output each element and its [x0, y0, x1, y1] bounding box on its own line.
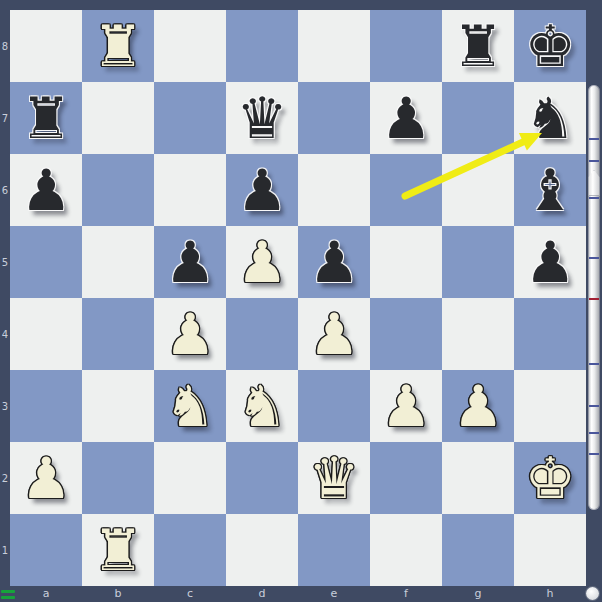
square-b1[interactable]: ♜ [82, 514, 154, 586]
square-c7[interactable] [154, 82, 226, 154]
corner-circle-button[interactable] [586, 587, 599, 600]
square-b6[interactable] [82, 154, 154, 226]
square-h6[interactable]: ♝ [514, 154, 586, 226]
piece-white-queen[interactable]: ♛ [308, 450, 359, 507]
piece-black-pawn[interactable]: ♟ [164, 234, 215, 291]
square-g8[interactable]: ♜ [442, 10, 514, 82]
square-d1[interactable] [226, 514, 298, 586]
piece-white-knight[interactable]: ♞ [164, 378, 215, 435]
file-label-g: g [442, 586, 514, 602]
square-a2[interactable]: ♟ [10, 442, 82, 514]
square-h8[interactable]: ♚ [514, 10, 586, 82]
square-h1[interactable] [514, 514, 586, 586]
square-h7[interactable]: ♞ [514, 82, 586, 154]
square-e6[interactable] [298, 154, 370, 226]
square-e7[interactable] [298, 82, 370, 154]
rank-label-8: 8 [0, 10, 10, 82]
square-g2[interactable] [442, 442, 514, 514]
eval-tick [589, 160, 599, 162]
square-d8[interactable] [226, 10, 298, 82]
rank-label-7: 7 [0, 82, 10, 154]
file-label-f: f [370, 586, 442, 602]
rank-labels: 87654321 [0, 10, 10, 586]
piece-white-pawn[interactable]: ♟ [308, 306, 359, 363]
square-g1[interactable] [442, 514, 514, 586]
board: ♜♜♚♜♛♟♞♟♟♝♟♟♟♟♟♟♞♞♟♟♟♛♚♜ [10, 10, 586, 586]
eval-center-mark [589, 298, 599, 300]
square-f6[interactable] [370, 154, 442, 226]
piece-black-king[interactable]: ♚ [524, 18, 575, 75]
equal-indicator-bar [1, 596, 15, 599]
square-b3[interactable] [82, 370, 154, 442]
file-labels: abcdefgh [10, 586, 586, 602]
eval-slider-thumb[interactable] [588, 170, 600, 196]
piece-white-pawn[interactable]: ♟ [20, 450, 71, 507]
square-f8[interactable] [370, 10, 442, 82]
square-a7[interactable]: ♜ [10, 82, 82, 154]
piece-white-pawn[interactable]: ♟ [164, 306, 215, 363]
square-f2[interactable] [370, 442, 442, 514]
square-g4[interactable] [442, 298, 514, 370]
square-g7[interactable] [442, 82, 514, 154]
square-f7[interactable]: ♟ [370, 82, 442, 154]
equal-indicator-bar [1, 590, 15, 593]
piece-white-rook[interactable]: ♜ [92, 18, 143, 75]
square-b7[interactable] [82, 82, 154, 154]
square-c4[interactable]: ♟ [154, 298, 226, 370]
square-a6[interactable]: ♟ [10, 154, 82, 226]
file-label-e: e [298, 586, 370, 602]
square-b8[interactable]: ♜ [82, 10, 154, 82]
eval-tick [589, 257, 599, 259]
piece-black-knight[interactable]: ♞ [524, 90, 575, 147]
file-label-c: c [154, 586, 226, 602]
square-a4[interactable] [10, 298, 82, 370]
square-c8[interactable] [154, 10, 226, 82]
square-c1[interactable] [154, 514, 226, 586]
square-c3[interactable]: ♞ [154, 370, 226, 442]
square-f1[interactable] [370, 514, 442, 586]
eval-tick [589, 363, 599, 365]
piece-white-knight[interactable]: ♞ [236, 378, 287, 435]
piece-white-king[interactable]: ♚ [524, 450, 575, 507]
square-e1[interactable] [298, 514, 370, 586]
piece-black-queen[interactable]: ♛ [236, 90, 287, 147]
square-c5[interactable]: ♟ [154, 226, 226, 298]
equal-indicator-icon [1, 590, 15, 600]
square-d4[interactable] [226, 298, 298, 370]
square-b2[interactable] [82, 442, 154, 514]
square-d7[interactable]: ♛ [226, 82, 298, 154]
rank-label-4: 4 [0, 298, 10, 370]
square-f4[interactable] [370, 298, 442, 370]
rank-label-6: 6 [0, 154, 10, 226]
square-a1[interactable] [10, 514, 82, 586]
file-label-d: d [226, 586, 298, 602]
square-g5[interactable] [442, 226, 514, 298]
square-f5[interactable] [370, 226, 442, 298]
piece-white-pawn[interactable]: ♟ [380, 378, 431, 435]
piece-black-pawn[interactable]: ♟ [308, 234, 359, 291]
square-d2[interactable] [226, 442, 298, 514]
chess-board-frame: ♜♜♚♜♛♟♞♟♟♝♟♟♟♟♟♟♞♞♟♟♟♛♚♜ 87654321 abcdef… [0, 0, 602, 602]
rank-label-1: 1 [0, 514, 10, 586]
square-a8[interactable] [10, 10, 82, 82]
piece-black-pawn[interactable]: ♟ [524, 234, 575, 291]
square-f3[interactable]: ♟ [370, 370, 442, 442]
square-c6[interactable] [154, 154, 226, 226]
square-e4[interactable]: ♟ [298, 298, 370, 370]
piece-black-pawn[interactable]: ♟ [20, 162, 71, 219]
square-e2[interactable]: ♛ [298, 442, 370, 514]
rank-label-2: 2 [0, 442, 10, 514]
file-label-b: b [82, 586, 154, 602]
piece-black-rook[interactable]: ♜ [452, 18, 503, 75]
eval-slider-track[interactable] [588, 85, 600, 510]
square-h2[interactable]: ♚ [514, 442, 586, 514]
file-label-a: a [10, 586, 82, 602]
square-h4[interactable] [514, 298, 586, 370]
eval-tick [589, 432, 599, 434]
file-label-h: h [514, 586, 586, 602]
eval-tick [589, 138, 599, 140]
square-e3[interactable] [298, 370, 370, 442]
square-a5[interactable] [10, 226, 82, 298]
rank-label-3: 3 [0, 370, 10, 442]
piece-black-pawn[interactable]: ♟ [380, 90, 431, 147]
piece-white-pawn[interactable]: ♟ [452, 378, 503, 435]
square-g6[interactable] [442, 154, 514, 226]
piece-white-rook[interactable]: ♜ [92, 522, 143, 579]
eval-tick [589, 453, 599, 455]
square-b5[interactable] [82, 226, 154, 298]
square-d3[interactable]: ♞ [226, 370, 298, 442]
square-a3[interactable] [10, 370, 82, 442]
square-h5[interactable]: ♟ [514, 226, 586, 298]
eval-tick [589, 405, 599, 407]
square-g3[interactable]: ♟ [442, 370, 514, 442]
square-e8[interactable] [298, 10, 370, 82]
piece-black-rook[interactable]: ♜ [20, 90, 71, 147]
square-e5[interactable]: ♟ [298, 226, 370, 298]
eval-tick [589, 197, 599, 199]
square-d6[interactable]: ♟ [226, 154, 298, 226]
square-b4[interactable] [82, 298, 154, 370]
piece-white-pawn[interactable]: ♟ [236, 234, 287, 291]
square-c2[interactable] [154, 442, 226, 514]
square-h3[interactable] [514, 370, 586, 442]
piece-black-pawn[interactable]: ♟ [236, 162, 287, 219]
piece-black-bishop[interactable]: ♝ [524, 162, 575, 219]
square-d5[interactable]: ♟ [226, 226, 298, 298]
rank-label-5: 5 [0, 226, 10, 298]
